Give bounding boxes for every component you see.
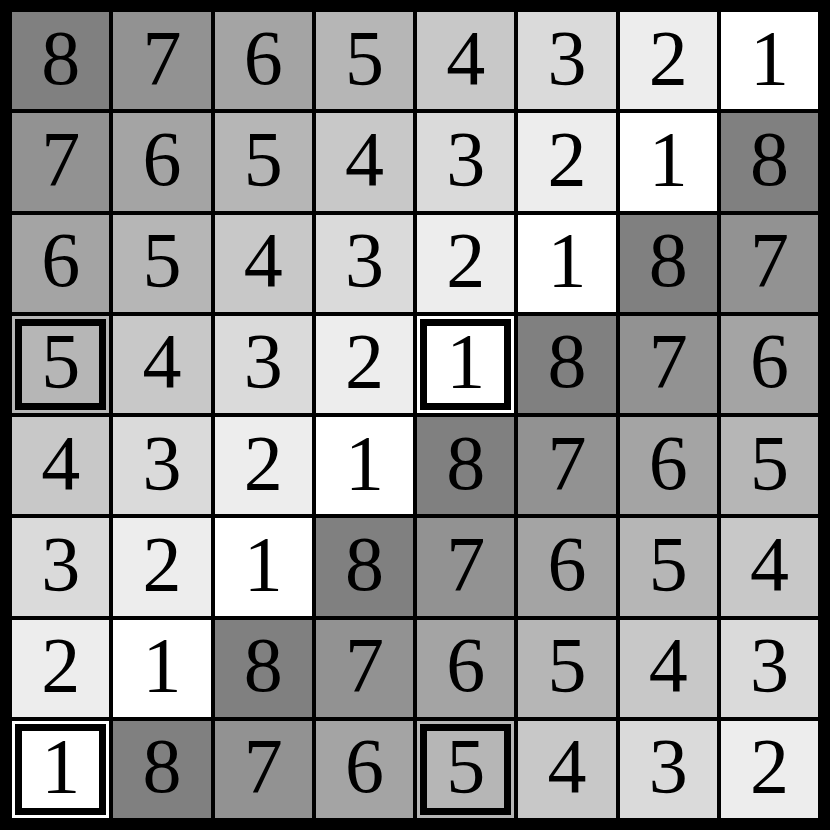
cell-r2c4: 4: [316, 113, 413, 210]
cell-r6c5: 7: [417, 518, 514, 615]
cell-value: 3: [547, 19, 586, 97]
cell-r4c8: 6: [721, 316, 818, 413]
cell-r5c3: 2: [215, 417, 312, 514]
cell-r1c5: 4: [417, 12, 514, 109]
cell-value: 7: [345, 626, 384, 704]
cell-value: 4: [446, 19, 485, 97]
cell-r7c3: 8: [215, 620, 312, 717]
cell-r2c1: 7: [12, 113, 109, 210]
cell-value: 5: [446, 727, 485, 805]
cell-r4c3: 3: [215, 316, 312, 413]
cell-r8c5: 5: [417, 721, 514, 818]
cell-r5c7: 6: [620, 417, 717, 514]
cell-value: 1: [649, 120, 688, 198]
cell-r1c1: 8: [12, 12, 109, 109]
cell-value: 1: [750, 19, 789, 97]
cell-value: 8: [142, 727, 181, 805]
cell-r3c7: 8: [620, 215, 717, 312]
cell-value: 6: [547, 525, 586, 603]
cell-value: 6: [649, 424, 688, 502]
cell-r1c3: 6: [215, 12, 312, 109]
cell-value: 5: [750, 424, 789, 502]
cell-value: 8: [41, 19, 80, 97]
cell-r5c4: 1: [316, 417, 413, 514]
cell-value: 7: [547, 424, 586, 502]
cell-value: 6: [446, 626, 485, 704]
cell-r5c6: 7: [518, 417, 615, 514]
cell-r7c2: 1: [113, 620, 210, 717]
cell-r6c8: 4: [721, 518, 818, 615]
cell-value: 6: [750, 322, 789, 400]
cell-r8c3: 7: [215, 721, 312, 818]
cell-r8c1: 1: [12, 721, 109, 818]
cell-r7c8: 3: [721, 620, 818, 717]
cell-r1c2: 7: [113, 12, 210, 109]
cell-r3c5: 2: [417, 215, 514, 312]
cell-value: 3: [446, 120, 485, 198]
cell-value: 1: [547, 221, 586, 299]
cell-value: 4: [41, 424, 80, 502]
cell-value: 6: [244, 19, 283, 97]
cell-value: 5: [649, 525, 688, 603]
cell-value: 1: [41, 727, 80, 805]
cell-r8c6: 4: [518, 721, 615, 818]
cell-r3c2: 5: [113, 215, 210, 312]
cell-value: 2: [142, 525, 181, 603]
cell-value: 8: [547, 322, 586, 400]
cell-r1c4: 5: [316, 12, 413, 109]
cell-value: 1: [142, 626, 181, 704]
cell-value: 6: [142, 120, 181, 198]
cell-r3c6: 1: [518, 215, 615, 312]
cell-r1c8: 1: [721, 12, 818, 109]
cell-value: 2: [446, 221, 485, 299]
cell-value: 8: [446, 424, 485, 502]
cell-r8c7: 3: [620, 721, 717, 818]
cell-value: 1: [446, 322, 485, 400]
cell-r7c6: 5: [518, 620, 615, 717]
cell-value: 8: [244, 626, 283, 704]
cell-value: 3: [244, 322, 283, 400]
cell-value: 5: [142, 221, 181, 299]
cell-value: 6: [345, 727, 384, 805]
cell-value: 2: [345, 322, 384, 400]
cell-value: 7: [41, 120, 80, 198]
cell-value: 8: [649, 221, 688, 299]
cell-value: 5: [345, 19, 384, 97]
cell-r5c8: 5: [721, 417, 818, 514]
cell-value: 4: [750, 525, 789, 603]
cell-r4c5: 1: [417, 316, 514, 413]
cell-value: 2: [649, 19, 688, 97]
cell-r2c8: 8: [721, 113, 818, 210]
cell-r6c1: 3: [12, 518, 109, 615]
cell-r7c4: 7: [316, 620, 413, 717]
cell-r4c4: 2: [316, 316, 413, 413]
cell-r3c8: 7: [721, 215, 818, 312]
cell-value: 7: [244, 727, 283, 805]
cell-r2c6: 2: [518, 113, 615, 210]
cell-r6c6: 6: [518, 518, 615, 615]
cell-r6c7: 5: [620, 518, 717, 615]
cell-value: 7: [142, 19, 181, 97]
cell-r1c6: 3: [518, 12, 615, 109]
cell-value: 3: [142, 424, 181, 502]
cell-r6c3: 1: [215, 518, 312, 615]
page-frame: 8765432176543218654321875432187643218765…: [0, 0, 830, 830]
cell-value: 7: [446, 525, 485, 603]
cell-r8c4: 6: [316, 721, 413, 818]
cell-r1c7: 2: [620, 12, 717, 109]
cell-r4c2: 4: [113, 316, 210, 413]
cell-value: 5: [547, 626, 586, 704]
cell-r7c7: 4: [620, 620, 717, 717]
cell-value: 4: [649, 626, 688, 704]
cell-value: 2: [750, 727, 789, 805]
cell-value: 3: [345, 221, 384, 299]
cell-value: 4: [244, 221, 283, 299]
cell-value: 7: [750, 221, 789, 299]
cell-value: 2: [41, 626, 80, 704]
cell-r4c7: 7: [620, 316, 717, 413]
cell-value: 1: [345, 424, 384, 502]
cell-value: 2: [244, 424, 283, 502]
cell-r2c7: 1: [620, 113, 717, 210]
cell-value: 7: [649, 322, 688, 400]
cell-r5c1: 4: [12, 417, 109, 514]
cell-r7c1: 2: [12, 620, 109, 717]
cell-r2c2: 6: [113, 113, 210, 210]
cell-r5c2: 3: [113, 417, 210, 514]
cell-value: 8: [345, 525, 384, 603]
cell-r2c5: 3: [417, 113, 514, 210]
cell-value: 4: [547, 727, 586, 805]
cell-value: 2: [547, 120, 586, 198]
cell-r4c1: 5: [12, 316, 109, 413]
cell-value: 5: [41, 322, 80, 400]
cell-r7c5: 6: [417, 620, 514, 717]
cell-value: 8: [750, 120, 789, 198]
cell-r5c5: 8: [417, 417, 514, 514]
cell-value: 3: [41, 525, 80, 603]
cell-r4c6: 8: [518, 316, 615, 413]
cell-value: 4: [345, 120, 384, 198]
cell-r8c2: 8: [113, 721, 210, 818]
cell-r6c2: 2: [113, 518, 210, 615]
cell-value: 5: [244, 120, 283, 198]
cell-value: 3: [750, 626, 789, 704]
cell-r3c3: 4: [215, 215, 312, 312]
cell-r2c3: 5: [215, 113, 312, 210]
cell-value: 3: [649, 727, 688, 805]
cell-r3c1: 6: [12, 215, 109, 312]
cell-r8c8: 2: [721, 721, 818, 818]
cell-value: 4: [142, 322, 181, 400]
cell-r3c4: 3: [316, 215, 413, 312]
latin-square-board: 8765432176543218654321875432187643218765…: [12, 12, 818, 818]
cell-value: 6: [41, 221, 80, 299]
cell-value: 1: [244, 525, 283, 603]
cell-r6c4: 8: [316, 518, 413, 615]
